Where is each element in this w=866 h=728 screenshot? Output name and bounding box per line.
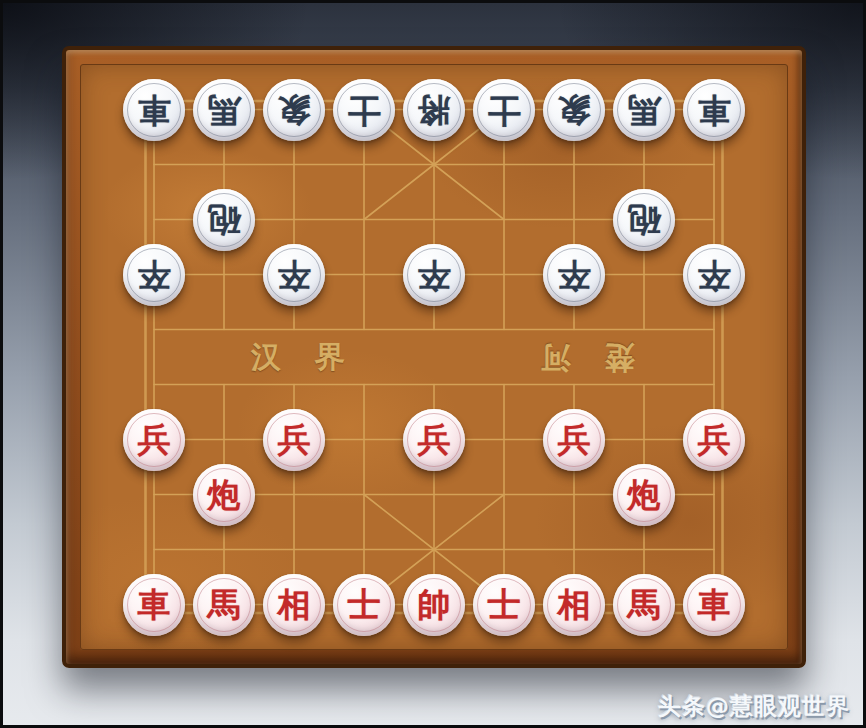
piece-black-cannon[interactable]: 砲: [613, 189, 675, 251]
piece-black-soldier[interactable]: 卒: [683, 244, 745, 306]
piece-glyph: 兵: [123, 409, 185, 471]
piece-glyph: 卒: [683, 244, 745, 306]
piece-red-advisor[interactable]: 士: [333, 574, 395, 636]
piece-glyph: 兵: [543, 409, 605, 471]
piece-red-horse[interactable]: 馬: [613, 574, 675, 636]
piece-black-cannon[interactable]: 砲: [193, 189, 255, 251]
piece-red-elephant[interactable]: 相: [263, 574, 325, 636]
piece-glyph: 象: [543, 79, 605, 141]
piece-red-soldier[interactable]: 兵: [403, 409, 465, 471]
piece-glyph: 車: [683, 574, 745, 636]
watermark-text: 头条@慧眼观世界: [658, 691, 850, 722]
piece-glyph: 卒: [403, 244, 465, 306]
piece-black-elephant[interactable]: 象: [263, 79, 325, 141]
piece-glyph: 馬: [613, 79, 675, 141]
piece-red-soldier[interactable]: 兵: [543, 409, 605, 471]
xiangqi-board: 汉界 楚河 車馬象士將士象馬車砲砲卒卒卒卒卒兵兵兵兵兵炮炮車馬相士帥士相馬車: [62, 46, 806, 668]
piece-black-elephant[interactable]: 象: [543, 79, 605, 141]
piece-glyph: 車: [683, 79, 745, 141]
piece-red-soldier[interactable]: 兵: [263, 409, 325, 471]
piece-black-chariot[interactable]: 車: [683, 79, 745, 141]
piece-red-cannon[interactable]: 炮: [193, 464, 255, 526]
piece-glyph: 車: [123, 574, 185, 636]
piece-black-soldier[interactable]: 卒: [543, 244, 605, 306]
piece-glyph: 將: [403, 79, 465, 141]
piece-black-soldier[interactable]: 卒: [263, 244, 325, 306]
piece-glyph: 馬: [613, 574, 675, 636]
piece-glyph: 卒: [263, 244, 325, 306]
piece-glyph: 相: [263, 574, 325, 636]
piece-red-general[interactable]: 帥: [403, 574, 465, 636]
piece-red-soldier[interactable]: 兵: [123, 409, 185, 471]
piece-glyph: 卒: [123, 244, 185, 306]
piece-glyph: 車: [123, 79, 185, 141]
piece-glyph: 士: [333, 79, 395, 141]
piece-glyph: 士: [333, 574, 395, 636]
scene: 汉界 楚河 車馬象士將士象馬車砲砲卒卒卒卒卒兵兵兵兵兵炮炮車馬相士帥士相馬車 头…: [0, 0, 866, 728]
piece-glyph: 炮: [613, 464, 675, 526]
piece-red-elephant[interactable]: 相: [543, 574, 605, 636]
piece-red-advisor[interactable]: 士: [473, 574, 535, 636]
piece-glyph: 兵: [683, 409, 745, 471]
piece-black-chariot[interactable]: 車: [123, 79, 185, 141]
piece-black-general[interactable]: 將: [403, 79, 465, 141]
piece-glyph: 砲: [613, 189, 675, 251]
piece-red-chariot[interactable]: 車: [123, 574, 185, 636]
piece-glyph: 帥: [403, 574, 465, 636]
piece-red-soldier[interactable]: 兵: [683, 409, 745, 471]
piece-glyph: 兵: [263, 409, 325, 471]
piece-black-advisor[interactable]: 士: [333, 79, 395, 141]
piece-red-chariot[interactable]: 車: [683, 574, 745, 636]
piece-glyph: 卒: [543, 244, 605, 306]
piece-glyph: 砲: [193, 189, 255, 251]
piece-glyph: 馬: [193, 79, 255, 141]
piece-glyph: 炮: [193, 464, 255, 526]
piece-glyph: 象: [263, 79, 325, 141]
piece-glyph: 士: [473, 79, 535, 141]
piece-black-soldier[interactable]: 卒: [123, 244, 185, 306]
board-grid[interactable]: 車馬象士將士象馬車砲砲卒卒卒卒卒兵兵兵兵兵炮炮車馬相士帥士相馬車: [119, 82, 749, 632]
piece-red-horse[interactable]: 馬: [193, 574, 255, 636]
piece-glyph: 兵: [403, 409, 465, 471]
piece-glyph: 士: [473, 574, 535, 636]
piece-glyph: 馬: [193, 574, 255, 636]
board-field: 汉界 楚河 車馬象士將士象馬車砲砲卒卒卒卒卒兵兵兵兵兵炮炮車馬相士帥士相馬車: [80, 64, 788, 650]
piece-black-advisor[interactable]: 士: [473, 79, 535, 141]
piece-glyph: 相: [543, 574, 605, 636]
piece-black-horse[interactable]: 馬: [613, 79, 675, 141]
board-play-area: 汉界 楚河 車馬象士將士象馬車砲砲卒卒卒卒卒兵兵兵兵兵炮炮車馬相士帥士相馬車: [119, 82, 749, 632]
piece-black-soldier[interactable]: 卒: [403, 244, 465, 306]
piece-black-horse[interactable]: 馬: [193, 79, 255, 141]
piece-red-cannon[interactable]: 炮: [613, 464, 675, 526]
